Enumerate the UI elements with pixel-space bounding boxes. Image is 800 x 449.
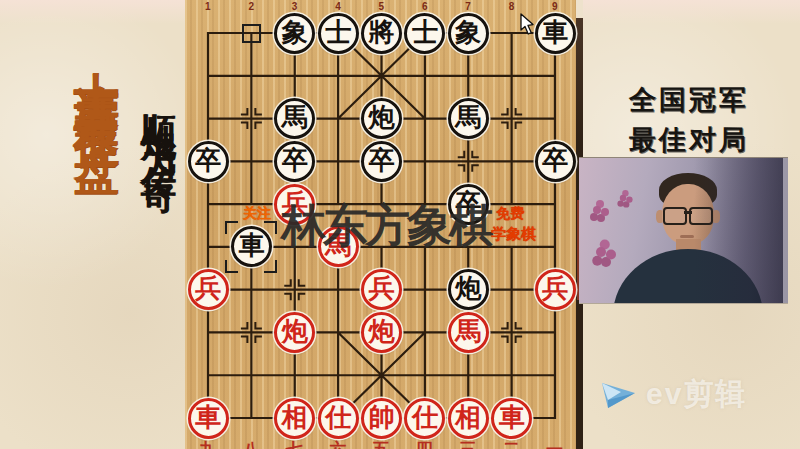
- piece-black-象-r0c7[interactable]: 象: [448, 13, 489, 54]
- piece-black-卒-r3c3[interactable]: 卒: [274, 141, 315, 182]
- piece-black-炮-r2c5[interactable]: 炮: [361, 98, 402, 139]
- piece-red-兵-r6c1[interactable]: 兵: [188, 269, 229, 310]
- learn-xiangqi-label: 学象棋: [491, 225, 536, 244]
- right-caption-line1: 全国冠军: [583, 82, 795, 118]
- file-label-top-2: 2: [248, 1, 254, 12]
- file-label-bottom-1: 九: [199, 438, 216, 449]
- file-label-top-3: 3: [292, 1, 298, 12]
- webcam-light-edge: [783, 158, 788, 303]
- file-label-bottom-4: 六: [329, 438, 346, 449]
- file-label-top-6: 6: [422, 1, 428, 12]
- file-label-top-8: 8: [509, 1, 515, 12]
- piece-black-卒-r3c5[interactable]: 卒: [361, 141, 402, 182]
- presenter-mouth: [680, 235, 694, 238]
- piece-black-士-r0c4[interactable]: 士: [318, 13, 359, 54]
- xiangqi-board[interactable]: 123456789 九八七六五四三二一 象士將士象車馬炮馬卒卒卒卒卒車炮兵馬兵兵…: [185, 0, 576, 449]
- piece-black-卒-r3c9[interactable]: 卒: [535, 141, 576, 182]
- piece-red-帥-r9c5[interactable]: 帥: [361, 398, 402, 439]
- piece-red-炮-r7c5[interactable]: 炮: [361, 312, 402, 353]
- right-caption-line2: 最佳对局: [583, 122, 795, 158]
- file-label-bottom-8: 二: [503, 438, 520, 449]
- file-label-top-7: 7: [465, 1, 471, 12]
- play-triangle-icon: [600, 378, 640, 412]
- piece-red-相-r9c3[interactable]: 相: [274, 398, 315, 439]
- file-label-bottom-3: 七: [286, 438, 303, 449]
- webcam-video: [579, 157, 788, 304]
- last-move-destination-marker: [225, 221, 277, 273]
- piece-red-炮-r7c3[interactable]: 炮: [274, 312, 315, 353]
- piece-black-卒-r3c1[interactable]: 卒: [188, 141, 229, 182]
- file-label-bottom-2: 八: [242, 438, 259, 449]
- piece-red-馬-r7c7[interactable]: 馬: [448, 312, 489, 353]
- free-label: 免费: [496, 205, 524, 223]
- piece-red-仕-r9c4[interactable]: 仕: [318, 398, 359, 439]
- file-label-top-1: 1: [205, 1, 211, 12]
- file-label-bottom-7: 三: [459, 438, 476, 449]
- follow-label: 关注: [243, 205, 271, 223]
- flower-decal-icon: [596, 247, 606, 257]
- last-move-origin-marker: [242, 24, 261, 43]
- flower-decal-icon: [593, 206, 601, 214]
- file-label-bottom-9: 一: [546, 438, 563, 449]
- piece-black-馬-r2c7[interactable]: 馬: [448, 98, 489, 139]
- file-label-bottom-5: 五: [373, 438, 390, 449]
- piece-red-相-r9c7[interactable]: 相: [448, 398, 489, 439]
- editor-watermark: ev剪辑: [600, 374, 747, 415]
- file-label-top-5: 5: [379, 1, 385, 12]
- editor-watermark-text: ev剪辑: [646, 374, 747, 415]
- channel-watermark: 林东方象棋: [281, 196, 491, 256]
- left-title-vertical: 十连霸最佳一盘: [66, 36, 126, 127]
- piece-red-車-r9c1[interactable]: 車: [188, 398, 229, 439]
- piece-black-馬-r2c3[interactable]: 馬: [274, 98, 315, 139]
- webcam-shadow: [694, 158, 788, 303]
- piece-black-象-r0c3[interactable]: 象: [274, 13, 315, 54]
- left-subtitle-vertical: 顺炮飞刀传奇: [133, 86, 180, 164]
- mouse-cursor-icon: [520, 13, 538, 37]
- piece-black-士-r0c6[interactable]: 士: [404, 13, 445, 54]
- video-frame: { "game": "xiangqi", "position": { "fen"…: [0, 0, 800, 449]
- piece-red-仕-r9c6[interactable]: 仕: [404, 398, 445, 439]
- file-label-top-4: 4: [335, 1, 341, 12]
- piece-black-將-r0c5[interactable]: 將: [361, 13, 402, 54]
- flower-decal-icon: [620, 195, 626, 201]
- piece-black-車-r0c9[interactable]: 車: [535, 13, 576, 54]
- piece-red-兵-r6c9[interactable]: 兵: [535, 269, 576, 310]
- piece-red-車-r9c8[interactable]: 車: [491, 398, 532, 439]
- left-caption-panel: 十连霸最佳一盘 顺炮飞刀传奇: [0, 0, 185, 449]
- file-label-top-9: 9: [552, 1, 558, 12]
- piece-red-兵-r6c5[interactable]: 兵: [361, 269, 402, 310]
- piece-black-炮-r6c7[interactable]: 炮: [448, 269, 489, 310]
- file-label-bottom-6: 四: [416, 438, 433, 449]
